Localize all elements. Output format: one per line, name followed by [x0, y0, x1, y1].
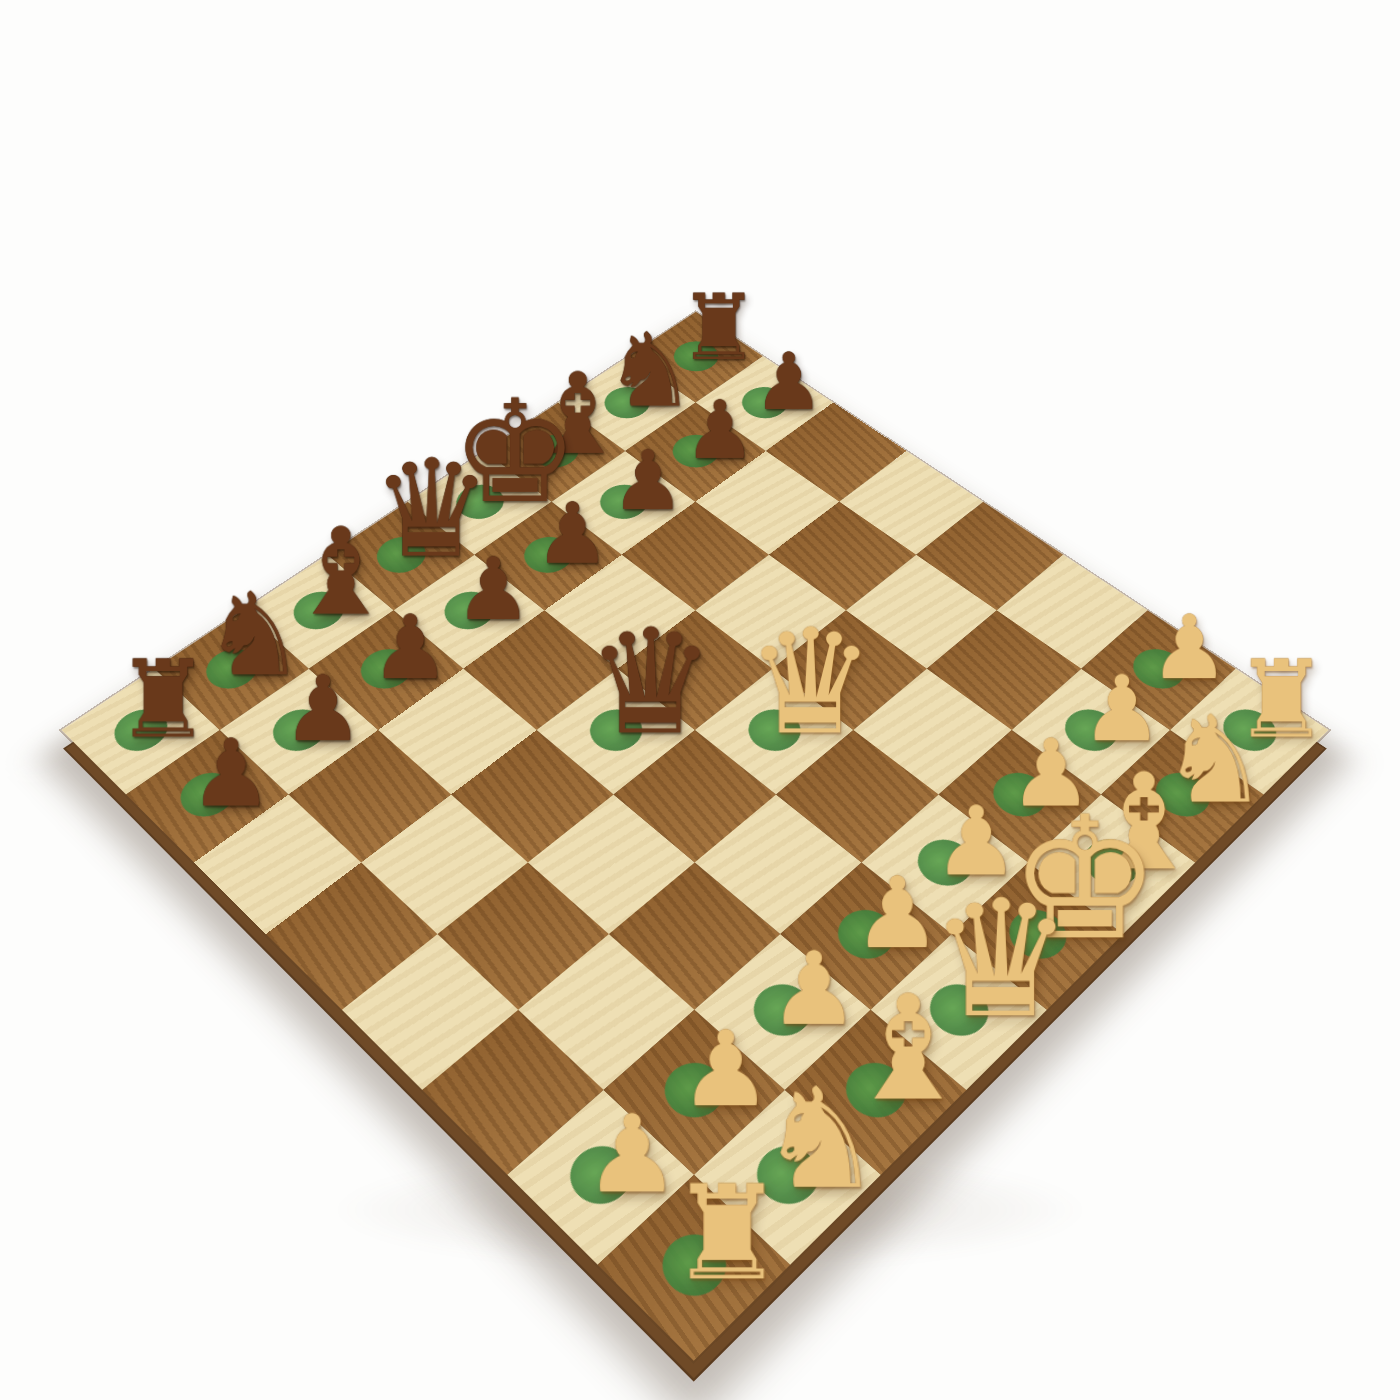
chess-board: ♜♞♝♛♚♝♞♜♟♟♟♟♟♟♟♟♛♛♟♟♟♟♟♟♟♟♜♞♝♛♚♝♞♜: [61, 312, 1328, 1361]
product-photo-stage: ♜♞♝♛♚♝♞♜♟♟♟♟♟♟♟♟♛♛♟♟♟♟♟♟♟♟♜♞♝♛♚♝♞♜: [0, 0, 1400, 1400]
chess-board-3d: ♜♞♝♛♚♝♞♜♟♟♟♟♟♟♟♟♛♛♟♟♟♟♟♟♟♟♜♞♝♛♚♝♞♜: [61, 312, 1328, 1361]
scene: ♜♞♝♛♚♝♞♜♟♟♟♟♟♟♟♟♛♛♟♟♟♟♟♟♟♟♜♞♝♛♚♝♞♜: [0, 0, 1400, 1400]
white-rook-a1[interactable]: ♜: [658, 1173, 796, 1297]
black-queen-d5[interactable]: ♛: [586, 614, 699, 752]
white-queen-e4[interactable]: ♛: [746, 614, 859, 752]
black-pawn-a7[interactable]: ♟: [173, 729, 289, 818]
